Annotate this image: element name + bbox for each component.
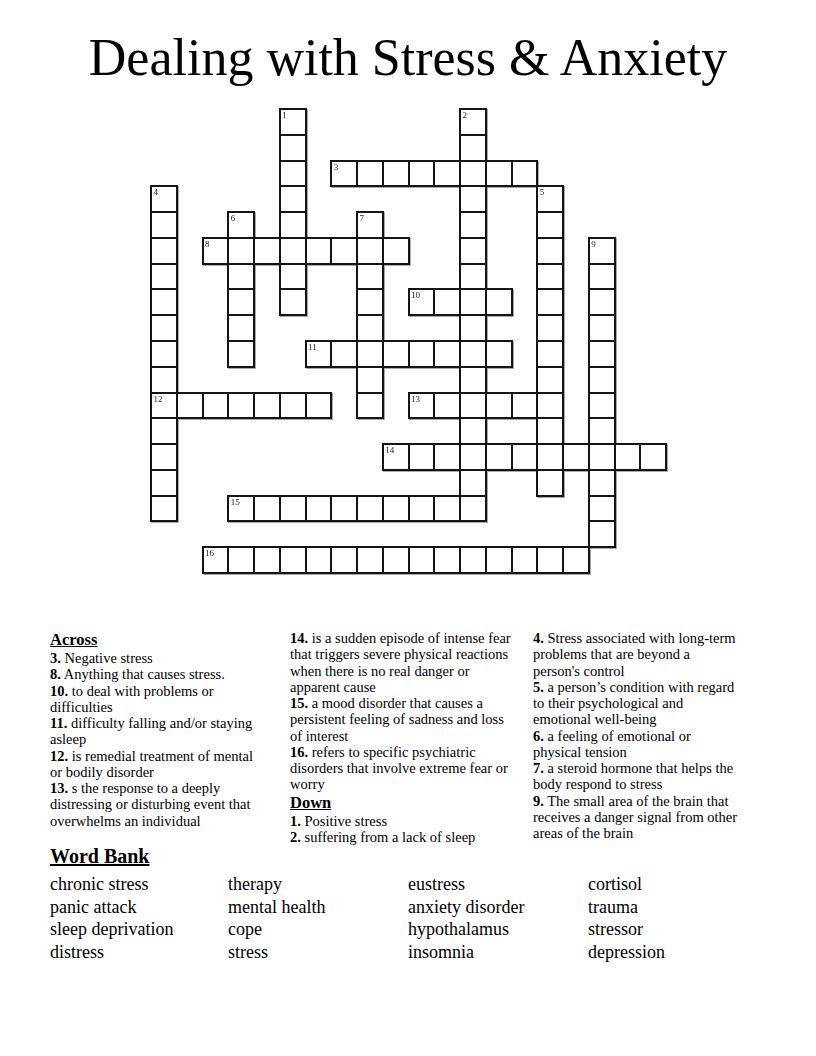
grid-cell-r9c0[interactable] xyxy=(150,340,178,368)
grid-cell-r12c0[interactable] xyxy=(150,417,178,445)
grid-cell-r8c8[interactable] xyxy=(356,314,384,342)
word-bank-item: sleep deprivation xyxy=(50,918,173,941)
grid-cell-r5c3[interactable] xyxy=(227,237,255,265)
grid-cell-r11c14[interactable] xyxy=(511,392,539,420)
grid-cell-r9c7[interactable] xyxy=(330,340,358,368)
clue-across-13: 13. s the response to a deeply distressi… xyxy=(50,780,256,829)
clue-number: 11 xyxy=(308,342,317,352)
grid-cell-r2c9[interactable] xyxy=(382,160,410,188)
word-bank-item: stress xyxy=(228,941,325,964)
clue-label: 4. xyxy=(533,630,544,646)
grid-cell-r17c16[interactable] xyxy=(562,546,590,574)
clue-across-15: 15. a mood disorder that causes a persis… xyxy=(290,695,514,744)
crossword-grid: 12345678910111213141516 xyxy=(150,108,676,580)
word-bank-item: mental health xyxy=(228,896,325,919)
grid-cell-r13c16[interactable] xyxy=(562,443,590,471)
grid-cell-r15c0[interactable] xyxy=(150,495,178,523)
grid-cell-r1c5[interactable] xyxy=(279,134,307,162)
grid-cell-r17c15[interactable] xyxy=(536,546,564,574)
grid-cell-r9c6[interactable]: 11 xyxy=(305,340,333,368)
grid-cell-r11c5[interactable] xyxy=(279,392,307,420)
grid-cell-r15c5[interactable] xyxy=(279,495,307,523)
grid-cell-r17c12[interactable] xyxy=(459,546,487,574)
grid-cell-r8c3[interactable] xyxy=(227,314,255,342)
word-bank-item: hypothalamus xyxy=(408,918,524,941)
word-bank: Word Bank chronic stresspanic attackslee… xyxy=(50,844,766,973)
word-bank-item: eustress xyxy=(408,873,524,896)
grid-cell-r6c8[interactable] xyxy=(356,263,384,291)
grid-cell-r15c7[interactable] xyxy=(330,495,358,523)
word-bank-item: anxiety disorder xyxy=(408,896,524,919)
clue-number: 6 xyxy=(231,213,236,223)
grid-cell-r6c17[interactable] xyxy=(588,263,616,291)
across-heading: Across xyxy=(50,630,256,650)
grid-cell-r6c12[interactable] xyxy=(459,263,487,291)
grid-cell-r10c17[interactable] xyxy=(588,366,616,394)
grid-cell-r11c17[interactable] xyxy=(588,392,616,420)
clue-label: 13. xyxy=(50,780,68,796)
grid-cell-r11c8[interactable] xyxy=(356,392,384,420)
grid-cell-r11c15[interactable] xyxy=(536,392,564,420)
grid-cell-r9c17[interactable] xyxy=(588,340,616,368)
word-bank-list: chronic stresspanic attacksleep deprivat… xyxy=(50,873,766,973)
clue-number: 9 xyxy=(591,239,596,249)
grid-cell-r11c13[interactable] xyxy=(485,392,513,420)
clue-label: 9. xyxy=(533,793,544,809)
grid-cell-r1c12[interactable] xyxy=(459,134,487,162)
grid-cell-r16c17[interactable] xyxy=(588,520,616,548)
grid-cell-r12c12[interactable] xyxy=(459,417,487,445)
grid-cell-r11c11[interactable] xyxy=(433,392,461,420)
clue-column-down: 4. Stress associated with long-term prob… xyxy=(533,630,740,841)
grid-cell-r13c13[interactable] xyxy=(485,443,513,471)
clue-across-14: 14. is a sudden episode of intense fear … xyxy=(290,630,514,695)
word-bank-item: chronic stress xyxy=(50,873,173,896)
clue-down-1: 1. Positive stress xyxy=(290,813,514,829)
grid-cell-r17c11[interactable] xyxy=(433,546,461,574)
grid-cell-r2c14[interactable] xyxy=(511,160,539,188)
grid-cell-r15c17[interactable] xyxy=(588,495,616,523)
grid-cell-r14c15[interactable] xyxy=(536,469,564,497)
clue-down-9: 9. The small area of the brain that rece… xyxy=(533,793,740,842)
grid-cell-r15c12[interactable] xyxy=(459,495,487,523)
clue-label: 11. xyxy=(50,715,67,731)
grid-cell-r13c18[interactable] xyxy=(614,443,642,471)
grid-cell-r2c11[interactable] xyxy=(433,160,461,188)
grid-cell-r4c15[interactable] xyxy=(536,211,564,239)
grid-cell-r11c4[interactable] xyxy=(253,392,281,420)
grid-cell-r15c11[interactable] xyxy=(433,495,461,523)
clue-label: 14. xyxy=(290,630,308,646)
grid-cell-r8c15[interactable] xyxy=(536,314,564,342)
grid-cell-r5c12[interactable] xyxy=(459,237,487,265)
grid-cell-r12c15[interactable] xyxy=(536,417,564,445)
grid-cell-r2c10[interactable] xyxy=(408,160,436,188)
grid-cell-r13c10[interactable] xyxy=(408,443,436,471)
clue-label: 10. xyxy=(50,683,68,699)
grid-cell-r17c2[interactable]: 16 xyxy=(202,546,230,574)
grid-cell-r10c15[interactable] xyxy=(536,366,564,394)
grid-cell-r7c8[interactable] xyxy=(356,288,384,316)
grid-cell-r4c12[interactable] xyxy=(459,211,487,239)
grid-cell-r10c12[interactable] xyxy=(459,366,487,394)
clue-column-middle: 14. is a sudden episode of intense fear … xyxy=(290,630,514,845)
grid-cell-r11c12[interactable] xyxy=(459,392,487,420)
clue-down-6: 6. a feeling of emotional or physical te… xyxy=(533,728,740,761)
word-bank-column-1: chronic stresspanic attacksleep deprivat… xyxy=(50,873,173,963)
word-bank-item: therapy xyxy=(228,873,325,896)
clue-across-8: 8. Anything that causes stress. xyxy=(50,666,256,682)
word-bank-item: cortisol xyxy=(588,873,665,896)
grid-cell-r6c5[interactable] xyxy=(279,263,307,291)
clue-number: 7 xyxy=(360,213,365,223)
grid-cell-r15c8[interactable] xyxy=(356,495,384,523)
clue-label: 16. xyxy=(290,744,308,760)
grid-cell-r2c8[interactable] xyxy=(356,160,384,188)
grid-cell-r13c0[interactable] xyxy=(150,443,178,471)
word-bank-item: cope xyxy=(228,918,325,941)
grid-cell-r13c9[interactable]: 14 xyxy=(382,443,410,471)
grid-cell-r7c11[interactable] xyxy=(433,288,461,316)
clue-down-4: 4. Stress associated with long-term prob… xyxy=(533,630,740,679)
grid-cell-r14c0[interactable] xyxy=(150,469,178,497)
clue-down-7: 7. a steroid hormone that helps the body… xyxy=(533,760,740,793)
grid-cell-r7c0[interactable] xyxy=(150,288,178,316)
grid-cell-r0c12[interactable]: 2 xyxy=(459,108,487,136)
clue-number: 8 xyxy=(205,239,210,249)
grid-cell-r8c12[interactable] xyxy=(459,314,487,342)
grid-cell-r3c15[interactable]: 5 xyxy=(536,185,564,213)
clue-number: 1 xyxy=(282,110,287,120)
grid-cell-r6c0[interactable] xyxy=(150,263,178,291)
clue-column-across: Across3. Negative stress8. Anything that… xyxy=(50,630,256,829)
grid-cell-r17c4[interactable] xyxy=(253,546,281,574)
grid-cell-r9c10[interactable] xyxy=(408,340,436,368)
grid-cell-r9c11[interactable] xyxy=(433,340,461,368)
down-heading: Down xyxy=(290,793,514,813)
grid-cell-r3c12[interactable] xyxy=(459,185,487,213)
word-bank-item: trauma xyxy=(588,896,665,919)
grid-cell-r13c17[interactable] xyxy=(588,443,616,471)
word-bank-item: panic attack xyxy=(50,896,173,919)
grid-cell-r4c5[interactable] xyxy=(279,211,307,239)
clue-number: 2 xyxy=(463,110,468,120)
clue-label: 2. xyxy=(290,829,301,845)
grid-cell-r10c8[interactable] xyxy=(356,366,384,394)
grid-cell-r17c13[interactable] xyxy=(485,546,513,574)
grid-cell-r13c19[interactable] xyxy=(639,443,667,471)
grid-cell-r11c0[interactable]: 12 xyxy=(150,392,178,420)
grid-cell-r11c10[interactable]: 13 xyxy=(408,392,436,420)
clue-number: 12 xyxy=(154,394,163,404)
grid-cell-r15c9[interactable] xyxy=(382,495,410,523)
clue-number: 14 xyxy=(385,445,394,455)
grid-cell-r5c5[interactable] xyxy=(279,237,307,265)
grid-cell-r11c2[interactable] xyxy=(202,392,230,420)
word-bank-item: depression xyxy=(588,941,665,964)
grid-cell-r17c6[interactable] xyxy=(305,546,333,574)
grid-cell-r17c3[interactable] xyxy=(227,546,255,574)
grid-cell-r17c10[interactable] xyxy=(408,546,436,574)
word-bank-item: distress xyxy=(50,941,173,964)
grid-cell-r11c3[interactable] xyxy=(227,392,255,420)
grid-cell-r17c14[interactable] xyxy=(511,546,539,574)
clue-number: 4 xyxy=(154,187,159,197)
clue-number: 3 xyxy=(334,162,339,172)
grid-cell-r6c3[interactable] xyxy=(227,263,255,291)
word-bank-heading: Word Bank xyxy=(50,844,766,868)
grid-cell-r9c13[interactable] xyxy=(485,340,513,368)
grid-cell-r5c0[interactable] xyxy=(150,237,178,265)
grid-cell-r2c13[interactable] xyxy=(485,160,513,188)
grid-cell-r4c3[interactable]: 6 xyxy=(227,211,255,239)
grid-cell-r9c15[interactable] xyxy=(536,340,564,368)
clue-across-10: 10. to deal with problems or difficultie… xyxy=(50,683,256,716)
grid-cell-r7c17[interactable] xyxy=(588,288,616,316)
clue-across-16: 16. refers to specific psychiatric disor… xyxy=(290,744,514,793)
grid-cell-r15c10[interactable] xyxy=(408,495,436,523)
grid-cell-r10c0[interactable] xyxy=(150,366,178,394)
grid-cell-r5c9[interactable] xyxy=(382,237,410,265)
grid-cell-r17c9[interactable] xyxy=(382,546,410,574)
grid-cell-r7c10[interactable]: 10 xyxy=(408,288,436,316)
grid-cell-r9c9[interactable] xyxy=(382,340,410,368)
clue-label: 3. xyxy=(50,650,61,666)
grid-cell-r4c0[interactable] xyxy=(150,211,178,239)
word-bank-item: stressor xyxy=(588,918,665,941)
grid-cell-r11c1[interactable] xyxy=(176,392,204,420)
grid-cell-r5c17[interactable]: 9 xyxy=(588,237,616,265)
grid-cell-r7c12[interactable] xyxy=(459,288,487,316)
grid-cell-r13c12[interactable] xyxy=(459,443,487,471)
grid-cell-r7c5[interactable] xyxy=(279,288,307,316)
clue-label: 5. xyxy=(533,679,544,695)
clue-number: 5 xyxy=(540,187,545,197)
grid-cell-r2c7[interactable]: 3 xyxy=(330,160,358,188)
grid-cell-r4c8[interactable]: 7 xyxy=(356,211,384,239)
grid-cell-r15c6[interactable] xyxy=(305,495,333,523)
clue-number: 16 xyxy=(205,548,214,558)
grid-cell-r5c6[interactable] xyxy=(305,237,333,265)
grid-cell-r0c5[interactable]: 1 xyxy=(279,108,307,136)
grid-cell-r3c0[interactable]: 4 xyxy=(150,185,178,213)
grid-cell-r7c3[interactable] xyxy=(227,288,255,316)
grid-cell-r11c6[interactable] xyxy=(305,392,333,420)
grid-cell-r9c8[interactable] xyxy=(356,340,384,368)
clue-across-11: 11. difficulty falling and/or staying as… xyxy=(50,715,256,748)
clue-number: 10 xyxy=(411,290,420,300)
clue-label: 1. xyxy=(290,813,301,829)
clue-number: 15 xyxy=(231,497,240,507)
puzzle-title: Dealing with Stress & Anxiety xyxy=(0,32,816,84)
worksheet-page: { "game": "crossword", "title": "Dealing… xyxy=(0,0,816,1056)
word-bank-item: insomnia xyxy=(408,941,524,964)
word-bank-column-4: cortisoltraumastressordepression xyxy=(588,873,665,963)
grid-cell-r15c3[interactable]: 15 xyxy=(227,495,255,523)
clue-down-5: 5. a person’s condition with regard to t… xyxy=(533,679,740,728)
grid-cell-r17c7[interactable] xyxy=(330,546,358,574)
grid-cell-r12c17[interactable] xyxy=(588,417,616,445)
grid-cell-r7c15[interactable] xyxy=(536,288,564,316)
grid-cell-r17c8[interactable] xyxy=(356,546,384,574)
grid-cell-r5c2[interactable]: 8 xyxy=(202,237,230,265)
grid-cell-r15c4[interactable] xyxy=(253,495,281,523)
grid-cell-r9c3[interactable] xyxy=(227,340,255,368)
clue-across-12: 12. is remedial treatment of mental or b… xyxy=(50,748,256,781)
grid-cell-r6c15[interactable] xyxy=(536,263,564,291)
grid-cell-r7c13[interactable] xyxy=(485,288,513,316)
grid-cell-r8c17[interactable] xyxy=(588,314,616,342)
clue-label: 15. xyxy=(290,695,308,711)
grid-cell-r5c8[interactable] xyxy=(356,237,384,265)
grid-cell-r8c0[interactable] xyxy=(150,314,178,342)
grid-cell-r9c12[interactable] xyxy=(459,340,487,368)
grid-cell-r2c5[interactable] xyxy=(279,160,307,188)
word-bank-column-3: eustressanxiety disorderhypothalamusinso… xyxy=(408,873,524,963)
clue-number: 13 xyxy=(411,394,420,404)
grid-cell-r5c4[interactable] xyxy=(253,237,281,265)
grid-cell-r5c15[interactable] xyxy=(536,237,564,265)
clue-label: 6. xyxy=(533,728,544,744)
grid-cell-r17c5[interactable] xyxy=(279,546,307,574)
grid-cell-r5c7[interactable] xyxy=(330,237,358,265)
clue-label: 7. xyxy=(533,760,544,776)
grid-cell-r14c12[interactable] xyxy=(459,469,487,497)
clue-label: 12. xyxy=(50,748,68,764)
grid-cell-r13c11[interactable] xyxy=(433,443,461,471)
grid-cell-r2c12[interactable] xyxy=(459,160,487,188)
grid-cell-r14c17[interactable] xyxy=(588,469,616,497)
clue-across-3: 3. Negative stress xyxy=(50,650,256,666)
grid-cell-r13c14[interactable] xyxy=(511,443,539,471)
clue-label: 8. xyxy=(50,666,61,682)
grid-cell-r3c5[interactable] xyxy=(279,185,307,213)
clue-down-2: 2. suffering from a lack of sleep xyxy=(290,829,514,845)
word-bank-column-2: therapymental healthcopestress xyxy=(228,873,325,963)
grid-cell-r13c15[interactable] xyxy=(536,443,564,471)
